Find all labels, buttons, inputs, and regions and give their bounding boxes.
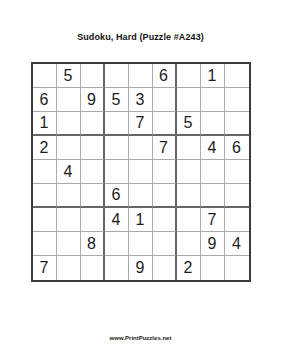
cell-r7c5[interactable]: 1 xyxy=(129,208,153,232)
cell-r2c6[interactable] xyxy=(153,88,177,112)
cell-r7c2[interactable] xyxy=(57,208,81,232)
cell-r1c2[interactable]: 5 xyxy=(57,64,81,88)
cell-r4c2[interactable] xyxy=(57,136,81,160)
cell-r3c4[interactable] xyxy=(105,112,129,136)
cell-r5c3[interactable] xyxy=(81,160,105,184)
cell-r6c1[interactable] xyxy=(33,184,57,208)
cell-r2c3[interactable]: 9 xyxy=(81,88,105,112)
cell-r9c1[interactable]: 7 xyxy=(33,256,57,280)
sudoku-board: 5616953175274646417894792 xyxy=(31,62,251,282)
cell-r4c5[interactable] xyxy=(129,136,153,160)
cell-r3c5[interactable]: 7 xyxy=(129,112,153,136)
cell-r6c6[interactable] xyxy=(153,184,177,208)
cell-r9c9[interactable] xyxy=(225,256,249,280)
cell-r8c6[interactable] xyxy=(153,232,177,256)
cell-r6c9[interactable] xyxy=(225,184,249,208)
cell-r2c1[interactable]: 6 xyxy=(33,88,57,112)
cell-r1c1[interactable] xyxy=(33,64,57,88)
cell-r8c3[interactable]: 8 xyxy=(81,232,105,256)
cell-r8c2[interactable] xyxy=(57,232,81,256)
page-title: Sudoku, Hard (Puzzle #A243) xyxy=(0,32,281,42)
cell-r6c5[interactable] xyxy=(129,184,153,208)
cell-r5c4[interactable] xyxy=(105,160,129,184)
cell-r4c3[interactable] xyxy=(81,136,105,160)
cell-r1c9[interactable] xyxy=(225,64,249,88)
cell-r4c7[interactable] xyxy=(177,136,201,160)
cell-r1c5[interactable] xyxy=(129,64,153,88)
cell-r4c1[interactable]: 2 xyxy=(33,136,57,160)
cell-r8c8[interactable]: 9 xyxy=(201,232,225,256)
cell-r5c5[interactable] xyxy=(129,160,153,184)
cell-r6c3[interactable] xyxy=(81,184,105,208)
cell-r5c7[interactable] xyxy=(177,160,201,184)
cell-r6c7[interactable] xyxy=(177,184,201,208)
cell-r4c8[interactable]: 4 xyxy=(201,136,225,160)
cell-r8c1[interactable] xyxy=(33,232,57,256)
cell-r8c5[interactable] xyxy=(129,232,153,256)
cell-r5c6[interactable] xyxy=(153,160,177,184)
cell-r3c1[interactable]: 1 xyxy=(33,112,57,136)
cell-r7c9[interactable] xyxy=(225,208,249,232)
cell-r1c8[interactable]: 1 xyxy=(201,64,225,88)
cell-r6c2[interactable] xyxy=(57,184,81,208)
cell-r7c7[interactable] xyxy=(177,208,201,232)
cell-r9c7[interactable]: 2 xyxy=(177,256,201,280)
cell-r1c7[interactable] xyxy=(177,64,201,88)
cell-r3c7[interactable]: 5 xyxy=(177,112,201,136)
cell-r9c3[interactable] xyxy=(81,256,105,280)
cell-r3c6[interactable] xyxy=(153,112,177,136)
cell-r4c6[interactable]: 7 xyxy=(153,136,177,160)
cell-r8c9[interactable]: 4 xyxy=(225,232,249,256)
cell-r1c4[interactable] xyxy=(105,64,129,88)
cell-r7c3[interactable] xyxy=(81,208,105,232)
cell-r9c8[interactable] xyxy=(201,256,225,280)
cell-r7c4[interactable]: 4 xyxy=(105,208,129,232)
cell-r2c7[interactable] xyxy=(177,88,201,112)
cell-r4c9[interactable]: 6 xyxy=(225,136,249,160)
cell-r9c5[interactable]: 9 xyxy=(129,256,153,280)
cell-r2c4[interactable]: 5 xyxy=(105,88,129,112)
cell-r5c9[interactable] xyxy=(225,160,249,184)
cell-r9c6[interactable] xyxy=(153,256,177,280)
cell-r3c2[interactable] xyxy=(57,112,81,136)
cell-r6c4[interactable]: 6 xyxy=(105,184,129,208)
cell-r3c3[interactable] xyxy=(81,112,105,136)
cell-r7c8[interactable]: 7 xyxy=(201,208,225,232)
cell-r5c1[interactable] xyxy=(33,160,57,184)
cell-r5c2[interactable]: 4 xyxy=(57,160,81,184)
cell-r8c7[interactable] xyxy=(177,232,201,256)
cell-r2c2[interactable] xyxy=(57,88,81,112)
cell-r3c8[interactable] xyxy=(201,112,225,136)
cell-r5c8[interactable] xyxy=(201,160,225,184)
cell-r9c2[interactable] xyxy=(57,256,81,280)
cell-r6c8[interactable] xyxy=(201,184,225,208)
cell-r8c4[interactable] xyxy=(105,232,129,256)
cell-r2c5[interactable]: 3 xyxy=(129,88,153,112)
cell-r1c3[interactable] xyxy=(81,64,105,88)
cell-r3c9[interactable] xyxy=(225,112,249,136)
cell-r9c4[interactable] xyxy=(105,256,129,280)
cell-r2c9[interactable] xyxy=(225,88,249,112)
cell-r7c1[interactable] xyxy=(33,208,57,232)
cell-r7c6[interactable] xyxy=(153,208,177,232)
cell-r2c8[interactable] xyxy=(201,88,225,112)
footer-url: www.PrintPuzzles.net xyxy=(0,335,281,341)
cell-r1c6[interactable]: 6 xyxy=(153,64,177,88)
cell-r4c4[interactable] xyxy=(105,136,129,160)
